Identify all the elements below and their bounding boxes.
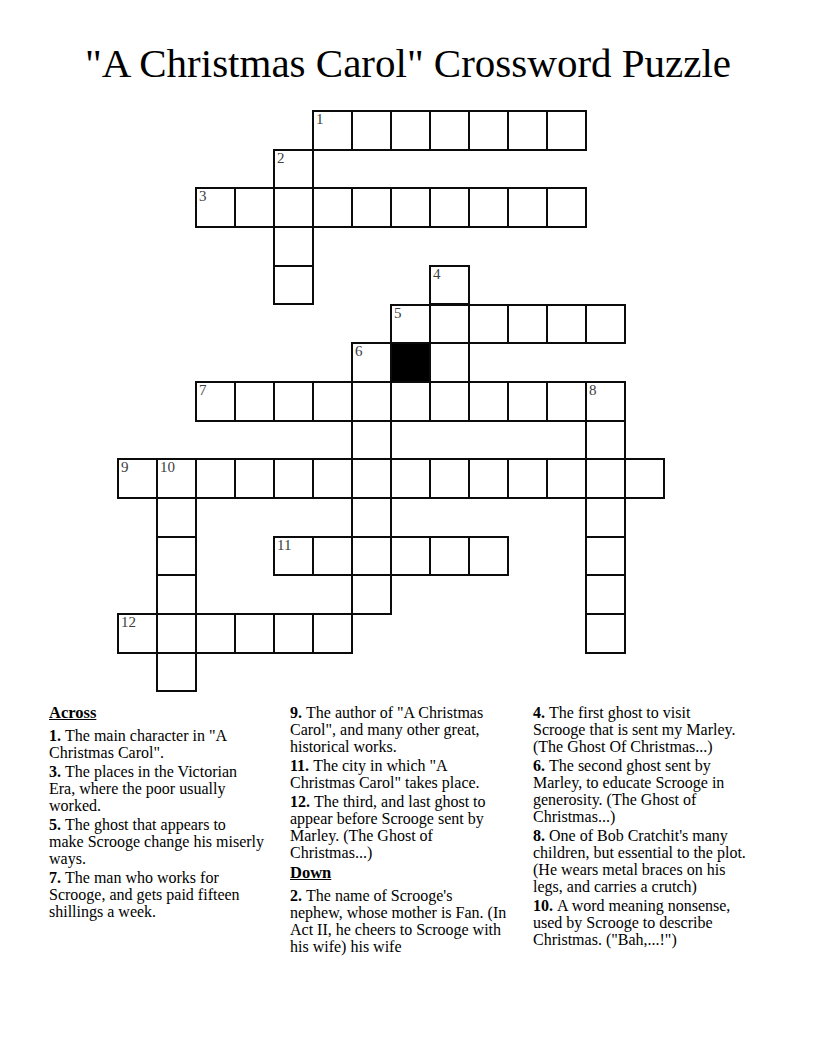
clue-text: The second ghost sent by Marley, to educ… [533,757,724,825]
clue-number-label: 5. [49,816,61,833]
clue-text: The places in the Victorian Era, where t… [49,763,237,814]
clue-list-heading: Across [49,704,297,721]
grid-cell[interactable] [507,187,548,228]
clue-number-label: 3. [49,763,61,780]
puzzle-title: "A Christmas Carol" Crossword Puzzle [0,42,816,85]
grid-cell[interactable] [429,187,470,228]
clue-text: One of Bob Cratchit's many children, but… [533,827,746,895]
grid-cell[interactable] [546,381,587,422]
grid-cell[interactable] [468,304,509,345]
grid-cell[interactable] [546,304,587,345]
grid-cell[interactable] [468,187,509,228]
clue-number-label: 4. [533,704,545,721]
grid-cell[interactable] [585,613,626,654]
clue: 5.The ghost that appears to make Scrooge… [49,816,297,867]
cell-number: 6 [355,344,363,360]
grid-cell[interactable] [273,226,314,267]
cell-number: 3 [199,189,207,205]
clue: 7.The man who works for Scrooge, and get… [49,869,297,920]
clue-number-label: 9. [290,704,302,721]
grid-cell[interactable] [273,187,314,228]
grid-cell[interactable] [585,458,626,499]
clue: 8.One of Bob Cratchit's many children, b… [533,827,781,895]
clue: 10.A word meaning nonsense, used by Scro… [533,897,781,948]
grid-cell[interactable]: 5 [390,304,431,345]
grid-cell[interactable] [273,458,314,499]
grid-cell[interactable] [390,536,431,577]
grid-cell[interactable] [390,187,431,228]
grid-cell[interactable]: 11 [273,536,314,577]
grid-cell[interactable] [468,458,509,499]
grid-cell[interactable] [351,574,392,615]
grid-cell[interactable] [585,574,626,615]
clue-text: The city in which "A Christmas Carol" ta… [290,757,480,791]
grid-cell[interactable] [351,187,392,228]
grid-cell[interactable] [585,420,626,461]
grid-cell[interactable] [156,497,197,538]
crossword-page: "A Christmas Carol" Crossword Puzzle 123… [0,0,816,1056]
cell-number: 4 [433,267,441,283]
clue-text: The ghost that appears to make Scrooge c… [49,816,264,867]
cell-number: 5 [394,306,402,322]
grid-cell[interactable] [156,613,197,654]
grid-cell[interactable] [429,381,470,422]
grid-cell[interactable] [429,342,470,383]
grid-cell[interactable] [390,110,431,151]
grid-cell[interactable] [312,458,353,499]
clue-list-heading: Down [290,864,538,881]
grid-cell[interactable] [429,110,470,151]
clue-number-label: 7. [49,869,61,886]
grid-cell[interactable] [546,187,587,228]
grid-cell[interactable]: 2 [273,149,314,190]
cell-number: 10 [160,460,175,476]
clue-text: The first ghost to visit Scrooge that is… [533,704,735,755]
grid-cell[interactable] [351,536,392,577]
grid-cell[interactable]: 8 [585,381,626,422]
clue-number-label: 12. [290,793,310,810]
grid-cell[interactable] [234,458,275,499]
grid-cell[interactable] [273,381,314,422]
clue-text: The man who works for Scrooge, and gets … [49,869,240,920]
clue-number-label: 10. [533,897,553,914]
cell-number: 1 [316,112,324,128]
clue-text: The third, and last ghost to appear befo… [290,793,486,861]
grid-cell[interactable] [429,458,470,499]
grid-cell[interactable] [507,110,548,151]
grid-cell[interactable] [585,536,626,577]
clue-number-label: 2. [290,887,302,904]
clue-text: The name of Scrooge's nephew, whose moth… [290,887,506,955]
clue: 12.The third, and last ghost to appear b… [290,793,538,861]
grid-cell[interactable] [507,381,548,422]
grid-cell[interactable] [546,458,587,499]
cell-number: 11 [277,538,291,554]
grid-cell[interactable] [195,458,236,499]
clue-text: A word meaning nonsense, used by Scrooge… [533,897,730,948]
grid-cell[interactable]: 6 [351,342,392,383]
grid-cell[interactable]: 4 [429,265,470,306]
grid-cell[interactable] [156,652,197,693]
grid-cell[interactable] [312,613,353,654]
clue-number-label: 6. [533,757,545,774]
clue-number-label: 8. [533,827,545,844]
grid-cell[interactable]: 12 [117,613,158,654]
grid-cell[interactable] [468,110,509,151]
cell-number: 9 [121,460,129,476]
grid-cell[interactable] [351,458,392,499]
cell-number: 7 [199,383,207,399]
clue-number-label: 11. [290,757,309,774]
grid-cell[interactable]: 1 [312,110,353,151]
grid-cell[interactable] [195,613,236,654]
grid-cell[interactable] [312,187,353,228]
grid-cell[interactable] [351,381,392,422]
clue: 2.The name of Scrooge's nephew, whose mo… [290,887,538,955]
grid-cell[interactable] [312,381,353,422]
grid-cell[interactable] [546,110,587,151]
blocked-cell [390,342,431,383]
grid-cell[interactable] [234,381,275,422]
grid-cell[interactable]: 9 [117,458,158,499]
grid-cell[interactable] [585,304,626,345]
grid-cell[interactable] [390,381,431,422]
grid-cell[interactable]: 10 [156,458,197,499]
grid-cell[interactable]: 3 [195,187,236,228]
grid-cell[interactable] [234,187,275,228]
clue-column-2: 9.The author of "A Christmas Carol", and… [290,704,538,957]
cell-number: 12 [121,615,136,631]
clue: 6.The second ghost sent by Marley, to ed… [533,757,781,825]
grid-cell[interactable] [507,304,548,345]
cell-number: 2 [277,151,285,167]
clue: 11.The city in which "A Christmas Carol"… [290,757,538,791]
clue-column-3: 4.The first ghost to visit Scrooge that … [533,704,781,950]
grid-cell[interactable] [429,536,470,577]
clue: 4.The first ghost to visit Scrooge that … [533,704,781,755]
grid-cell[interactable] [351,110,392,151]
crossword-grid: 123456789101112 [117,110,677,695]
grid-cell[interactable] [468,536,509,577]
clue-number-label: 1. [49,727,61,744]
grid-cell[interactable] [507,458,548,499]
clue: 1.The main character in "A Christmas Car… [49,727,297,761]
clue: 9.The author of "A Christmas Carol", and… [290,704,538,755]
clue-text: The main character in "A Christmas Carol… [49,727,227,761]
cell-number: 8 [589,383,597,399]
grid-cell[interactable] [624,458,665,499]
clue: 3.The places in the Victorian Era, where… [49,763,297,814]
grid-cell[interactable] [312,536,353,577]
grid-cell[interactable] [351,497,392,538]
grid-cell[interactable] [468,381,509,422]
grid-cell[interactable] [390,458,431,499]
grid-cell[interactable] [273,613,314,654]
grid-cell[interactable] [429,304,470,345]
grid-cell[interactable] [156,574,197,615]
grid-cell[interactable] [156,536,197,577]
grid-cell[interactable] [351,420,392,461]
grid-cell[interactable] [585,497,626,538]
clue-column-1: Across1.The main character in "A Christm… [49,704,297,922]
grid-cell[interactable] [273,265,314,306]
clue-text: The author of "A Christmas Carol", and m… [290,704,483,755]
grid-cell[interactable]: 7 [195,381,236,422]
grid-cell[interactable] [234,613,275,654]
